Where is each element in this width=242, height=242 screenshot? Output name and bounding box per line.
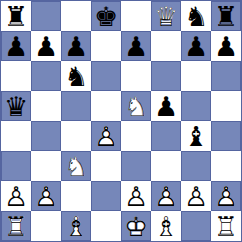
square-h5[interactable] (211, 91, 241, 121)
square-c2[interactable] (61, 181, 91, 211)
white-knight: ♘ (61, 151, 91, 181)
square-c4[interactable] (61, 121, 91, 151)
square-e5[interactable]: ♞♘ (121, 91, 151, 121)
black-pawn: ♟ (31, 31, 61, 61)
square-b1[interactable] (31, 211, 61, 241)
square-b8[interactable] (31, 1, 61, 31)
square-f7[interactable] (151, 31, 181, 61)
square-h3[interactable] (211, 151, 241, 181)
square-a8[interactable]: ♜ (1, 1, 31, 31)
white-king: ♔ (121, 211, 151, 241)
white-pawn: ♙ (121, 181, 151, 211)
square-b2[interactable]: ♟♙ (31, 181, 61, 211)
square-g3[interactable] (181, 151, 211, 181)
white-pawn: ♙ (211, 181, 241, 211)
square-f1[interactable]: ♝♗ (151, 211, 181, 241)
black-bishop: ♝ (181, 121, 211, 151)
chess-board: ♜♚♛♕♞♜♟♟♟♟♟♟♞♛♞♘♟♟♙♝♞♘♟♙♟♙♟♙♟♙♟♙♟♙♜♖♝♗♚♔… (0, 0, 242, 242)
black-rook: ♜ (211, 1, 241, 31)
black-pawn: ♟ (211, 31, 241, 61)
square-e4[interactable] (121, 121, 151, 151)
square-b7[interactable]: ♟ (31, 31, 61, 61)
white-queen: ♕ (151, 1, 181, 31)
black-pawn: ♟ (151, 91, 181, 121)
square-c3[interactable]: ♞♘ (61, 151, 91, 181)
square-e2[interactable]: ♟♙ (121, 181, 151, 211)
square-a3[interactable] (1, 151, 31, 181)
square-g1[interactable] (181, 211, 211, 241)
square-e3[interactable] (121, 151, 151, 181)
square-a2[interactable]: ♟♙ (1, 181, 31, 211)
square-b5[interactable] (31, 91, 61, 121)
white-bishop: ♗ (151, 211, 181, 241)
square-h6[interactable] (211, 61, 241, 91)
square-h7[interactable]: ♟ (211, 31, 241, 61)
square-a1[interactable]: ♜♖ (1, 211, 31, 241)
white-knight: ♘ (121, 91, 151, 121)
square-g8[interactable]: ♞ (181, 1, 211, 31)
square-f4[interactable] (151, 121, 181, 151)
black-knight: ♞ (181, 1, 211, 31)
square-b4[interactable] (31, 121, 61, 151)
black-king: ♚ (91, 1, 121, 31)
square-d5[interactable] (91, 91, 121, 121)
white-pawn: ♙ (31, 181, 61, 211)
square-f6[interactable] (151, 61, 181, 91)
black-pawn: ♟ (121, 31, 151, 61)
square-c7[interactable]: ♟ (61, 31, 91, 61)
square-a5[interactable]: ♛ (1, 91, 31, 121)
square-f2[interactable]: ♟♙ (151, 181, 181, 211)
black-queen: ♛ (1, 91, 31, 121)
square-c5[interactable] (61, 91, 91, 121)
square-g7[interactable]: ♟ (181, 31, 211, 61)
square-a6[interactable] (1, 61, 31, 91)
black-rook: ♜ (1, 1, 31, 31)
square-b3[interactable] (31, 151, 61, 181)
square-e7[interactable]: ♟ (121, 31, 151, 61)
square-f8[interactable]: ♛♕ (151, 1, 181, 31)
black-pawn: ♟ (61, 31, 91, 61)
white-pawn: ♙ (91, 121, 121, 151)
square-g2[interactable]: ♟♙ (181, 181, 211, 211)
white-bishop: ♗ (61, 211, 91, 241)
black-pawn: ♟ (181, 31, 211, 61)
square-c6[interactable]: ♞ (61, 61, 91, 91)
square-h2[interactable]: ♟♙ (211, 181, 241, 211)
square-a7[interactable]: ♟ (1, 31, 31, 61)
square-e8[interactable] (121, 1, 151, 31)
square-d6[interactable] (91, 61, 121, 91)
white-rook: ♖ (1, 211, 31, 241)
square-a4[interactable] (1, 121, 31, 151)
square-g5[interactable] (181, 91, 211, 121)
square-b6[interactable] (31, 61, 61, 91)
square-c1[interactable]: ♝♗ (61, 211, 91, 241)
white-pawn: ♙ (1, 181, 31, 211)
square-c8[interactable] (61, 1, 91, 31)
square-d3[interactable] (91, 151, 121, 181)
square-d7[interactable] (91, 31, 121, 61)
square-d8[interactable]: ♚ (91, 1, 121, 31)
black-pawn: ♟ (1, 31, 31, 61)
white-pawn: ♙ (151, 181, 181, 211)
square-h4[interactable] (211, 121, 241, 151)
square-e6[interactable] (121, 61, 151, 91)
square-h1[interactable]: ♜♖ (211, 211, 241, 241)
square-g6[interactable] (181, 61, 211, 91)
square-g4[interactable]: ♝ (181, 121, 211, 151)
square-d1[interactable] (91, 211, 121, 241)
square-e1[interactable]: ♚♔ (121, 211, 151, 241)
square-f3[interactable] (151, 151, 181, 181)
square-h8[interactable]: ♜ (211, 1, 241, 31)
square-f5[interactable]: ♟ (151, 91, 181, 121)
white-rook: ♖ (211, 211, 241, 241)
square-d4[interactable]: ♟♙ (91, 121, 121, 151)
white-pawn: ♙ (181, 181, 211, 211)
black-knight: ♞ (61, 61, 91, 91)
square-d2[interactable] (91, 181, 121, 211)
